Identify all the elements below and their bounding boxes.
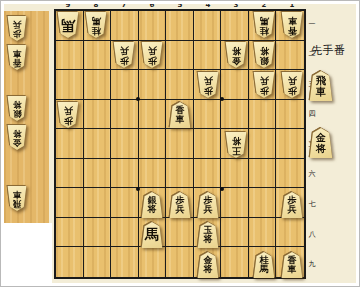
- piece-shape: 歩兵: [197, 192, 219, 218]
- gote-pawn-piece[interactable]: 歩兵: [281, 72, 303, 98]
- piece-shape: 歩兵: [281, 72, 303, 98]
- square-3-7[interactable]: [221, 188, 249, 218]
- piece-kanji-char: 桂: [260, 25, 269, 35]
- piece-kanji-char: 将: [148, 205, 157, 215]
- piece-kanji: 歩兵: [64, 106, 73, 125]
- square-1-5[interactable]: [276, 129, 304, 159]
- square-8-2[interactable]: [84, 41, 112, 71]
- piece-shape: 馬: [141, 222, 163, 248]
- piece-shape: 香車: [281, 12, 303, 38]
- piece-kanji-char: 兵: [204, 76, 213, 86]
- piece-kanji-char: 将: [316, 143, 326, 154]
- sente-lance-piece[interactable]: 香車: [169, 102, 191, 128]
- piece-kanji-char: 将: [232, 136, 241, 146]
- piece-shape: 桂馬: [253, 252, 275, 278]
- piece-kanji: 歩兵: [260, 76, 269, 95]
- square-7-9[interactable]: [111, 247, 139, 277]
- square-6-9[interactable]: [139, 247, 167, 277]
- square-8-3[interactable]: [84, 70, 112, 100]
- piece-kanji-char: 兵: [204, 205, 213, 215]
- sente-king-piece[interactable]: 玉将: [197, 222, 219, 248]
- piece-kanji-char: 兵: [120, 46, 129, 56]
- piece-shape: 玉将: [197, 222, 219, 248]
- stand-lower-margin: [1, 223, 52, 287]
- piece-shape: 金将: [225, 42, 247, 68]
- piece-shape: 歩兵: [113, 42, 135, 68]
- square-4-4[interactable]: [194, 100, 222, 130]
- piece-shape: 馬: [57, 12, 79, 38]
- piece-kanji-char: 桂: [92, 25, 101, 35]
- square-1-6[interactable]: [276, 159, 304, 189]
- piece-kanji-char: 兵: [288, 76, 297, 86]
- square-6-5[interactable]: [139, 129, 167, 159]
- gote-hand-lance: 香車1: [4, 43, 49, 72]
- piece-kanji-char: 車: [288, 265, 297, 275]
- piece-shape: 歩兵: [169, 192, 191, 218]
- square-9-5[interactable]: [56, 129, 84, 159]
- sente-silver-piece[interactable]: 銀将: [141, 192, 163, 218]
- piece-kanji: 歩兵: [204, 76, 213, 95]
- gote-hand-silver: 銀将3: [4, 94, 49, 123]
- piece-shape: 香車: [169, 102, 191, 128]
- gote-pawn-piece[interactable]: 歩兵: [253, 72, 275, 98]
- piece-kanji: 金将: [232, 46, 241, 65]
- square-6-4[interactable]: [139, 100, 167, 130]
- gote-hand-gold: 金将1: [4, 123, 49, 152]
- square-8-8[interactable]: [84, 218, 112, 248]
- sente-rook-piece[interactable]: 飛車: [309, 71, 333, 101]
- sente-pawn-piece[interactable]: 歩兵: [281, 192, 303, 218]
- piece-kanji-char: 将: [13, 129, 22, 138]
- file-label-2: 2: [250, 1, 278, 9]
- piece-kanji: 桂馬: [260, 256, 269, 275]
- piece-kanji-char: 兵: [176, 205, 185, 215]
- piece-shape: 金将: [309, 128, 333, 158]
- piece-kanji-char: 歩: [64, 115, 73, 125]
- file-label-9: 9: [54, 1, 82, 9]
- piece-kanji-char: 兵: [260, 76, 269, 86]
- square-8-9[interactable]: [84, 247, 112, 277]
- piece-kanji-char: 車: [13, 49, 22, 58]
- piece-kanji-char: 将: [232, 46, 241, 56]
- piece-kanji: 金将: [13, 129, 22, 147]
- star-point: [220, 187, 224, 191]
- sente-gold-piece[interactable]: 金将: [309, 128, 333, 158]
- gote-hand-rook: 飛車1: [4, 184, 49, 213]
- square-3-3[interactable]: [221, 70, 249, 100]
- square-9-7[interactable]: [56, 188, 84, 218]
- piece-kanji: 香車: [288, 256, 297, 275]
- star-point: [136, 187, 140, 191]
- sente-panel: 先手番 飛車1金将1: [307, 1, 360, 287]
- piece-kanji: 桂馬: [92, 16, 101, 35]
- file-label-6: 6: [138, 1, 166, 9]
- square-9-2[interactable]: [56, 41, 84, 71]
- piece-shape: 銀将: [253, 42, 275, 68]
- piece-kanji: 金将: [316, 132, 326, 154]
- piece-shape: 歩兵: [57, 102, 79, 128]
- piece-kanji-char: 車: [176, 115, 185, 125]
- square-6-1[interactable]: [139, 11, 167, 41]
- square-4-6[interactable]: [194, 159, 222, 189]
- piece-shape: 銀将: [7, 96, 27, 121]
- square-5-3[interactable]: [166, 70, 194, 100]
- piece-kanji: 飛車: [316, 75, 326, 97]
- gote-silver-piece[interactable]: 銀将: [253, 42, 275, 68]
- square-9-3[interactable]: [56, 70, 84, 100]
- gote-gold-piece[interactable]: 金将: [7, 125, 27, 150]
- shogi-board: 馬桂馬桂馬香車歩兵歩兵金将銀将歩兵歩兵歩兵歩兵香車王将銀将歩兵歩兵歩兵馬玉将金将…: [54, 9, 306, 279]
- piece-shape: 歩兵: [7, 16, 27, 41]
- piece-kanji: 歩兵: [148, 46, 157, 65]
- piece-shape: 飛車: [309, 71, 333, 101]
- sente-gold-piece[interactable]: 金将: [197, 252, 219, 278]
- piece-kanji: 金将: [204, 256, 213, 275]
- piece-kanji-char: 将: [204, 235, 213, 245]
- file-label-1: 1: [278, 1, 306, 9]
- gote-lance-piece[interactable]: 香車: [281, 12, 303, 38]
- piece-kanji-char: 兵: [13, 20, 22, 29]
- piece-kanji: 歩兵: [13, 20, 22, 38]
- piece-kanji: 馬: [61, 20, 75, 30]
- square-3-9[interactable]: [221, 247, 249, 277]
- square-2-7[interactable]: [249, 188, 277, 218]
- piece-kanji-char: 金: [232, 55, 241, 65]
- piece-kanji-char: 兵: [148, 46, 157, 56]
- sente-promoted-bishop-piece[interactable]: 馬: [141, 222, 163, 248]
- piece-kanji-char: 将: [204, 265, 213, 275]
- gote-pawn-piece[interactable]: 歩兵: [141, 42, 163, 68]
- sente-hand-stand: 飛車1金将1: [309, 69, 324, 160]
- piece-shape: 銀将: [141, 192, 163, 218]
- piece-kanji: 歩兵: [288, 196, 297, 215]
- piece-kanji: 歩兵: [288, 76, 297, 95]
- piece-shape: 王将: [225, 132, 247, 158]
- gote-knight-piece[interactable]: 桂馬: [85, 12, 107, 38]
- square-7-3[interactable]: [111, 70, 139, 100]
- piece-kanji-char: 飛: [316, 75, 326, 86]
- square-2-6[interactable]: [249, 159, 277, 189]
- piece-kanji-char: 馬: [260, 265, 269, 275]
- sente-hand-rook: 飛車1: [309, 69, 324, 103]
- star-point: [220, 97, 224, 101]
- square-5-6[interactable]: [166, 159, 194, 189]
- piece-kanji-char: 将: [13, 100, 22, 109]
- shogi-diagram: 歩兵7香車1銀将3金将1飛車1 馬桂馬桂馬香車歩兵歩兵金将銀将歩兵歩兵歩兵歩兵香…: [0, 0, 360, 287]
- square-5-2[interactable]: [166, 41, 194, 71]
- square-2-4[interactable]: [249, 100, 277, 130]
- square-7-6[interactable]: [111, 159, 139, 189]
- square-5-1[interactable]: [166, 11, 194, 41]
- piece-kanji: 香車: [13, 49, 22, 67]
- piece-kanji: 飛車: [13, 190, 22, 208]
- square-7-7[interactable]: [111, 188, 139, 218]
- piece-kanji-char: 歩: [204, 85, 213, 95]
- piece-kanji-char: 車: [316, 86, 326, 97]
- square-8-7[interactable]: [84, 188, 112, 218]
- piece-kanji-char: 将: [260, 46, 269, 56]
- square-3-1[interactable]: [221, 11, 249, 41]
- piece-kanji: 馬: [145, 230, 159, 240]
- gote-knight-piece[interactable]: 桂馬: [253, 12, 275, 38]
- square-9-8[interactable]: [56, 218, 84, 248]
- square-2-5[interactable]: [249, 129, 277, 159]
- sente-pawn-piece[interactable]: 歩兵: [197, 192, 219, 218]
- square-7-5[interactable]: [111, 129, 139, 159]
- square-8-5[interactable]: [84, 129, 112, 159]
- turn-indicator: 先手番: [311, 43, 359, 58]
- sente-hand-gold: 金将1: [309, 126, 324, 160]
- piece-shape: 金将: [7, 125, 27, 150]
- piece-shape: 金将: [197, 252, 219, 278]
- gote-hand-pawn: 歩兵7: [4, 14, 49, 43]
- piece-kanji: 桂馬: [260, 16, 269, 35]
- sente-pawn-piece[interactable]: 歩兵: [169, 192, 191, 218]
- piece-kanji-char: 兵: [288, 205, 297, 215]
- square-1-8[interactable]: [276, 218, 304, 248]
- gote-pawn-piece[interactable]: 歩兵: [57, 102, 79, 128]
- piece-kanji-char: 歩: [260, 85, 269, 95]
- piece-kanji-char: 兵: [64, 106, 73, 116]
- piece-kanji-char: 王: [232, 145, 241, 155]
- piece-shape: 歩兵: [197, 72, 219, 98]
- piece-kanji: 歩兵: [204, 196, 213, 215]
- square-7-4[interactable]: [111, 100, 139, 130]
- square-9-9[interactable]: [56, 247, 84, 277]
- piece-kanji-char: 馬: [61, 20, 75, 30]
- file-label-4: 4: [194, 1, 222, 9]
- square-2-8[interactable]: [249, 218, 277, 248]
- square-1-4[interactable]: [276, 100, 304, 130]
- square-4-1[interactable]: [194, 11, 222, 41]
- gote-lance-piece[interactable]: 香車: [7, 45, 27, 70]
- file-label-8: 8: [82, 1, 110, 9]
- square-3-6[interactable]: [221, 159, 249, 189]
- star-point: [136, 97, 140, 101]
- piece-kanji-char: 馬: [145, 230, 159, 240]
- piece-kanji-char: 香: [288, 25, 297, 35]
- piece-kanji: 歩兵: [176, 196, 185, 215]
- gote-pawn-piece[interactable]: 歩兵: [7, 16, 27, 41]
- gote-hand-stand: 歩兵7香車1銀将3金将1飛車1: [4, 11, 49, 223]
- gote-pawn-piece[interactable]: 歩兵: [197, 72, 219, 98]
- piece-shape: 桂馬: [253, 12, 275, 38]
- piece-kanji: 王将: [232, 136, 241, 155]
- square-5-5[interactable]: [166, 129, 194, 159]
- piece-kanji: 玉将: [204, 226, 213, 245]
- square-3-4[interactable]: [221, 100, 249, 130]
- piece-shape: 歩兵: [141, 42, 163, 68]
- file-label-5: 5: [166, 1, 194, 9]
- square-3-8[interactable]: [221, 218, 249, 248]
- gote-pawn-piece[interactable]: 歩兵: [113, 42, 135, 68]
- piece-kanji: 銀将: [13, 100, 22, 118]
- square-5-9[interactable]: [166, 247, 194, 277]
- square-7-8[interactable]: [111, 218, 139, 248]
- gote-king-piece[interactable]: 王将: [225, 132, 247, 158]
- piece-kanji: 銀将: [260, 46, 269, 65]
- piece-shape: 桂馬: [85, 12, 107, 38]
- square-5-8[interactable]: [166, 218, 194, 248]
- piece-kanji-char: 歩: [288, 85, 297, 95]
- piece-kanji-char: 金: [316, 132, 326, 143]
- square-8-4[interactable]: [84, 100, 112, 130]
- piece-kanji-char: 歩: [148, 55, 157, 65]
- square-6-6[interactable]: [139, 159, 167, 189]
- piece-kanji-char: 車: [13, 190, 22, 199]
- square-4-5[interactable]: [194, 129, 222, 159]
- piece-kanji: 銀将: [148, 196, 157, 215]
- gote-gold-piece[interactable]: 金将: [225, 42, 247, 68]
- gote-rook-piece[interactable]: 飛車: [7, 186, 27, 211]
- piece-shape: 香車: [7, 45, 27, 70]
- piece-kanji-char: 歩: [120, 55, 129, 65]
- piece-shape: 飛車: [7, 186, 27, 211]
- file-label-3: 3: [222, 1, 250, 9]
- piece-shape: 香車: [281, 252, 303, 278]
- piece-shape: 歩兵: [281, 192, 303, 218]
- piece-kanji: 歩兵: [120, 46, 129, 65]
- gote-promoted-bishop-piece[interactable]: 馬: [57, 12, 79, 38]
- sente-knight-piece[interactable]: 桂馬: [253, 252, 275, 278]
- piece-kanji-char: 馬: [260, 16, 269, 26]
- square-8-6[interactable]: [84, 159, 112, 189]
- square-6-3[interactable]: [139, 70, 167, 100]
- gote-silver-piece[interactable]: 銀将: [7, 96, 27, 121]
- piece-kanji-char: 銀: [260, 55, 269, 65]
- piece-kanji-char: 車: [288, 16, 297, 26]
- file-label-7: 7: [110, 1, 138, 9]
- square-9-6[interactable]: [56, 159, 84, 189]
- piece-shape: 歩兵: [253, 72, 275, 98]
- square-4-2[interactable]: [194, 41, 222, 71]
- piece-kanji: 香車: [288, 16, 297, 35]
- square-7-1[interactable]: [111, 11, 139, 41]
- piece-kanji: 香車: [176, 106, 185, 125]
- square-1-2[interactable]: [276, 41, 304, 71]
- piece-kanji-char: 馬: [92, 16, 101, 26]
- sente-lance-piece[interactable]: 香車: [281, 252, 303, 278]
